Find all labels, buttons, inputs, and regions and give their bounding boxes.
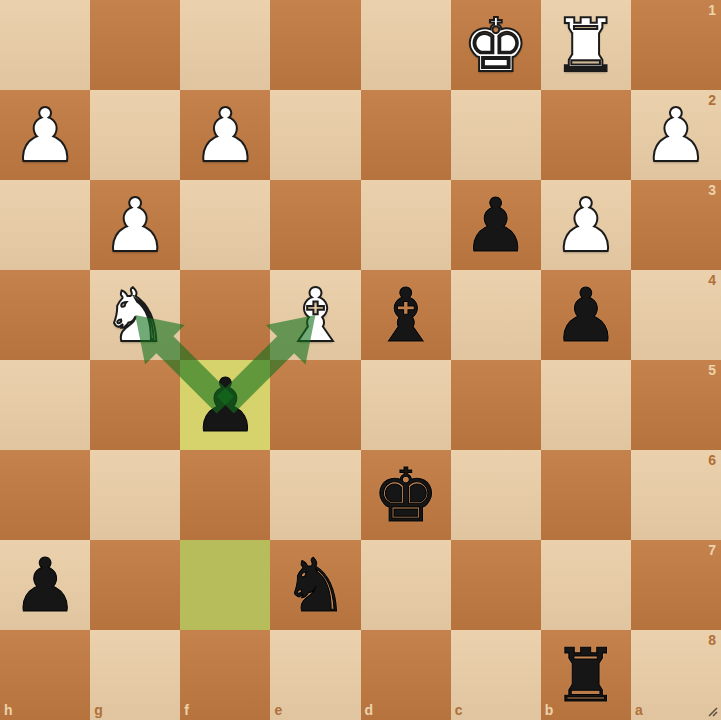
square-e8[interactable]: e [270,630,360,720]
square-a6[interactable]: 6 [631,450,721,540]
square-e6[interactable] [270,450,360,540]
square-h1[interactable] [0,0,90,90]
square-a3[interactable]: 3 [631,180,721,270]
square-d8[interactable]: d [361,630,451,720]
piece-white-bishop-e4[interactable]: ♝ [270,270,360,360]
square-a1[interactable]: 1 [631,0,721,90]
piece-black-pawn-h7[interactable]: ♟ [0,540,90,630]
piece-white-rook-b1[interactable]: ♜ [541,0,631,90]
square-e2[interactable] [270,90,360,180]
square-h5[interactable] [0,360,90,450]
rank-label-4: 4 [708,272,716,288]
square-h8[interactable]: h [0,630,90,720]
file-label-g: g [94,702,103,718]
square-f4[interactable] [180,270,270,360]
square-h6[interactable] [0,450,90,540]
square-a7[interactable]: 7 [631,540,721,630]
square-a5[interactable]: 5 [631,360,721,450]
square-a2[interactable]: 2♟ [631,90,721,180]
rank-label-5: 5 [708,362,716,378]
piece-black-bishop-d4[interactable]: ♝ [361,270,451,360]
rank-label-3: 3 [708,182,716,198]
piece-black-knight-e7[interactable]: ♞ [270,540,360,630]
square-c6[interactable] [451,450,541,540]
square-b4[interactable]: ♟ [541,270,631,360]
square-c3[interactable]: ♟ [451,180,541,270]
square-g5[interactable] [90,360,180,450]
rank-label-1: 1 [708,2,716,18]
file-label-h: h [4,702,13,718]
square-h2[interactable]: ♟ [0,90,90,180]
square-c4[interactable] [451,270,541,360]
square-d3[interactable] [361,180,451,270]
square-c8[interactable]: c [451,630,541,720]
square-c5[interactable] [451,360,541,450]
square-h4[interactable] [0,270,90,360]
square-a4[interactable]: 4 [631,270,721,360]
piece-white-pawn-f2[interactable]: ♟ [180,90,270,180]
square-d1[interactable] [361,0,451,90]
square-d6[interactable]: ♚ [361,450,451,540]
piece-white-knight-g4[interactable]: ♞ [90,270,180,360]
square-g2[interactable] [90,90,180,180]
square-f8[interactable]: f [180,630,270,720]
square-e4[interactable]: ♝ [270,270,360,360]
file-label-c: c [455,702,463,718]
piece-black-pawn-c3[interactable]: ♟ [451,180,541,270]
rank-label-8: 8 [708,632,716,648]
piece-black-king-d6[interactable]: ♚ [361,450,451,540]
piece-white-pawn-g3[interactable]: ♟ [90,180,180,270]
piece-black-pawn-b4[interactable]: ♟ [541,270,631,360]
square-c2[interactable] [451,90,541,180]
square-b3[interactable]: ♟ [541,180,631,270]
square-f6[interactable] [180,450,270,540]
piece-white-king-c1[interactable]: ♚ [451,0,541,90]
square-f7[interactable] [180,540,270,630]
square-b5[interactable] [541,360,631,450]
piece-white-pawn-h2[interactable]: ♟ [0,90,90,180]
rank-label-7: 7 [708,542,716,558]
file-label-a: a [635,702,643,718]
square-d7[interactable] [361,540,451,630]
square-d5[interactable] [361,360,451,450]
square-g3[interactable]: ♟ [90,180,180,270]
file-label-d: d [365,702,374,718]
square-e5[interactable] [270,360,360,450]
piece-white-pawn-b3[interactable]: ♟ [541,180,631,270]
square-e1[interactable] [270,0,360,90]
square-c1[interactable]: ♚ [451,0,541,90]
piece-black-rook-b8[interactable]: ♜ [541,630,631,720]
square-b2[interactable] [541,90,631,180]
square-e3[interactable] [270,180,360,270]
square-e7[interactable]: ♞ [270,540,360,630]
square-g4[interactable]: ♞ [90,270,180,360]
square-b6[interactable] [541,450,631,540]
square-c7[interactable] [451,540,541,630]
square-h3[interactable] [0,180,90,270]
square-g1[interactable] [90,0,180,90]
chess-board: ♚♜1♟♟2♟♟♟♟3♞♝♝♟4♟5♚6♟♞7hgfedcb♜a8 [0,0,721,720]
square-b8[interactable]: b♜ [541,630,631,720]
piece-white-pawn-a2[interactable]: ♟ [631,90,721,180]
rank-label-6: 6 [708,452,716,468]
file-label-e: e [274,702,282,718]
square-g7[interactable] [90,540,180,630]
square-g8[interactable]: g [90,630,180,720]
square-d4[interactable]: ♝ [361,270,451,360]
square-b7[interactable] [541,540,631,630]
piece-black-pawn-f5[interactable]: ♟ [180,360,270,450]
square-f2[interactable]: ♟ [180,90,270,180]
square-b1[interactable]: ♜ [541,0,631,90]
square-g6[interactable] [90,450,180,540]
resize-handle-icon[interactable] [703,702,719,718]
square-h7[interactable]: ♟ [0,540,90,630]
square-f1[interactable] [180,0,270,90]
square-f3[interactable] [180,180,270,270]
chess-board-wrap: ♚♜1♟♟2♟♟♟♟3♞♝♝♟4♟5♚6♟♞7hgfedcb♜a8 [0,0,721,720]
square-f5[interactable]: ♟ [180,360,270,450]
square-d2[interactable] [361,90,451,180]
file-label-f: f [184,702,189,718]
